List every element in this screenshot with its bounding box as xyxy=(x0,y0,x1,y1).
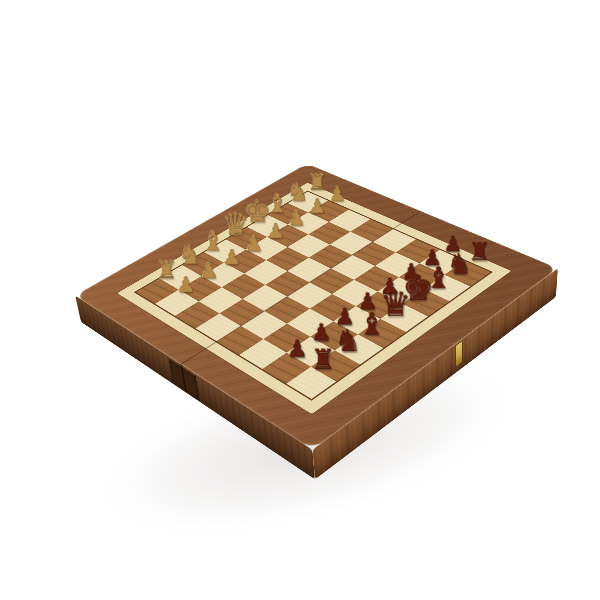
chess-box: ♜♞♝♛♚♝♞♜♟♟♟♟♟♟♟♟♟♟♟♟♟♟♟♟♜♞♝♛♚♝♞♜ xyxy=(75,164,558,450)
black-pawn-glyph: ♟ xyxy=(311,321,332,344)
black-pawn-glyph: ♟ xyxy=(287,337,308,361)
black-bishop-glyph: ♝ xyxy=(358,308,386,339)
scene: ♜♞♝♛♚♝♞♜♟♟♟♟♟♟♟♟♟♟♟♟♟♟♟♟♜♞♝♛♚♝♞♜ xyxy=(0,0,600,600)
black-knight-glyph: ♞ xyxy=(334,325,361,355)
photo-stage: ♜♞♝♛♚♝♞♜♟♟♟♟♟♟♟♟♟♟♟♟♟♟♟♟♜♞♝♛♚♝♞♜ xyxy=(0,0,600,600)
black-rook-glyph: ♜ xyxy=(311,346,336,374)
white-pawn-glyph: ♟ xyxy=(176,274,195,295)
